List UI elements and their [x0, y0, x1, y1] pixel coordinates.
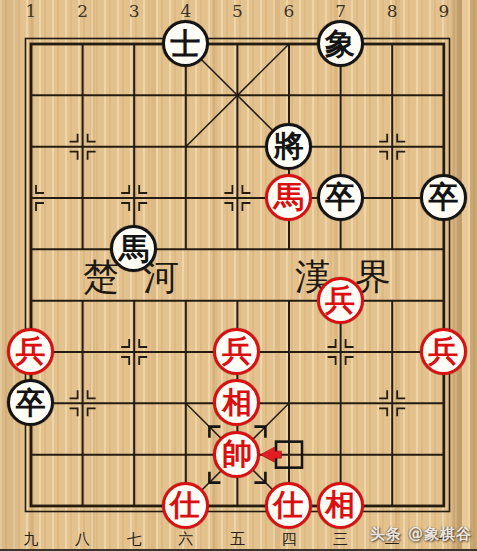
point-marker [379, 152, 387, 160]
file-label-top-5: 5 [226, 1, 248, 21]
file-label-bottom-7: 三 [330, 530, 352, 549]
piece-black-soldier[interactable]: 卒 [420, 174, 467, 221]
file-label-top-4: 4 [175, 1, 197, 21]
file-label-top-1: 1 [20, 1, 42, 21]
piece-black-general[interactable]: 將 [265, 123, 312, 170]
file-label-top-6: 6 [278, 1, 300, 21]
file-label-top-8: 8 [381, 1, 403, 21]
point-marker [121, 357, 129, 365]
file-label-bottom-1: 九 [20, 530, 42, 549]
point-marker [121, 203, 129, 211]
watermark: 头条 @象棋谷 [370, 525, 472, 544]
piece-black-soldier[interactable]: 卒 [317, 174, 364, 221]
point-marker [139, 185, 147, 193]
piece-red-advisor[interactable]: 仕 [162, 482, 209, 529]
piece-red-soldier[interactable]: 兵 [317, 277, 364, 324]
point-marker [397, 408, 405, 416]
point-marker [88, 152, 96, 160]
piece-red-advisor[interactable]: 仕 [265, 482, 312, 529]
file-label-top-7: 7 [330, 1, 352, 21]
file-label-top-9: 9 [433, 1, 455, 21]
file-label-bottom-3: 七 [123, 530, 145, 549]
xiangqi-board: 楚河 漢界 123456789九八七六五四三二一 士象將馬卒卒馬兵兵兵兵卒相帥仕… [0, 0, 477, 551]
piece-black-advisor[interactable]: 士 [162, 20, 209, 67]
piece-black-soldier[interactable]: 卒 [7, 379, 54, 426]
point-marker [397, 134, 405, 142]
point-marker [70, 152, 78, 160]
point-marker [88, 134, 96, 142]
point-marker [242, 185, 250, 193]
point-marker [242, 203, 250, 211]
point-marker [328, 357, 336, 365]
point-marker [70, 390, 78, 398]
piece-red-soldier[interactable]: 兵 [7, 328, 54, 375]
file-label-bottom-5: 五 [226, 530, 248, 549]
point-marker [397, 152, 405, 160]
piece-red-general[interactable]: 帥 [213, 431, 260, 478]
piece-black-elephant[interactable]: 象 [317, 20, 364, 67]
piece-red-elephant[interactable]: 相 [317, 482, 364, 529]
point-marker [70, 134, 78, 142]
point-marker [346, 339, 354, 347]
point-marker [139, 203, 147, 211]
point-marker [88, 408, 96, 416]
file-label-bottom-6: 四 [278, 530, 300, 549]
point-marker [379, 390, 387, 398]
file-label-bottom-4: 六 [175, 530, 197, 549]
point-marker [346, 357, 354, 365]
point-marker [224, 185, 232, 193]
point-marker [397, 390, 405, 398]
point-marker [379, 408, 387, 416]
point-marker [88, 390, 96, 398]
piece-red-soldier[interactable]: 兵 [420, 328, 467, 375]
file-label-top-2: 2 [72, 1, 94, 21]
point-marker [121, 185, 129, 193]
point-marker [139, 339, 147, 347]
file-label-top-3: 3 [123, 1, 145, 21]
point-marker [36, 185, 44, 193]
point-marker [121, 339, 129, 347]
point-marker [379, 134, 387, 142]
point-marker [224, 203, 232, 211]
point-marker [139, 357, 147, 365]
point-marker [36, 203, 44, 211]
piece-red-horse[interactable]: 馬 [265, 174, 312, 221]
file-label-bottom-2: 八 [72, 530, 94, 549]
point-marker [70, 408, 78, 416]
point-marker [328, 339, 336, 347]
